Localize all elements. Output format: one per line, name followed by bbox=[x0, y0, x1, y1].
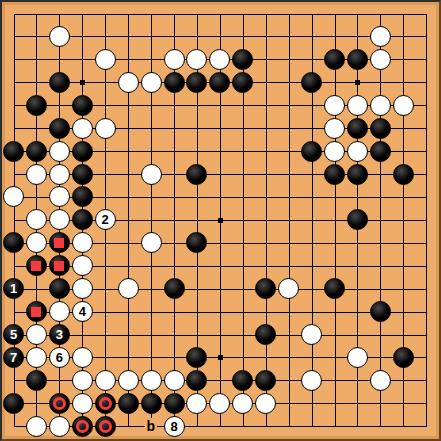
star-point bbox=[80, 80, 85, 85]
black-stone bbox=[232, 370, 253, 391]
white-stone bbox=[72, 393, 93, 414]
star-point bbox=[355, 80, 360, 85]
black-stone bbox=[164, 278, 185, 299]
black-stone bbox=[26, 370, 47, 391]
black-stone bbox=[186, 232, 207, 253]
white-stone bbox=[26, 324, 47, 345]
circle-mark bbox=[76, 420, 89, 433]
white-stone bbox=[141, 164, 162, 185]
move-number: 7 bbox=[10, 351, 17, 364]
black-stone bbox=[370, 141, 391, 162]
black-stone bbox=[3, 393, 24, 414]
black-stone bbox=[186, 370, 207, 391]
black-stone bbox=[164, 72, 185, 93]
white-stone bbox=[370, 95, 391, 116]
black-stone bbox=[301, 72, 322, 93]
move-number: 5 bbox=[10, 328, 17, 341]
white-stone bbox=[26, 416, 47, 437]
black-stone bbox=[72, 186, 93, 207]
black-stone bbox=[164, 393, 185, 414]
circle-mark bbox=[53, 397, 66, 410]
white-stone bbox=[72, 232, 93, 253]
black-stone: 1 bbox=[3, 278, 24, 299]
black-stone bbox=[118, 393, 139, 414]
white-stone bbox=[26, 347, 47, 368]
black-stone bbox=[186, 347, 207, 368]
white-stone bbox=[209, 49, 230, 70]
white-stone bbox=[347, 95, 368, 116]
white-stone bbox=[49, 26, 70, 47]
black-stone bbox=[49, 278, 70, 299]
square-mark bbox=[54, 238, 64, 248]
white-stone: 8 bbox=[164, 416, 185, 437]
black-stone bbox=[186, 72, 207, 93]
move-number: 6 bbox=[56, 351, 63, 364]
black-stone bbox=[347, 209, 368, 230]
black-stone bbox=[255, 278, 276, 299]
white-stone bbox=[232, 393, 253, 414]
white-stone bbox=[324, 141, 345, 162]
white-stone bbox=[72, 255, 93, 276]
move-number: 8 bbox=[170, 420, 177, 433]
white-stone bbox=[118, 370, 139, 391]
circle-mark bbox=[99, 397, 112, 410]
white-stone bbox=[72, 118, 93, 139]
white-stone bbox=[301, 370, 322, 391]
white-stone bbox=[118, 278, 139, 299]
white-stone bbox=[26, 209, 47, 230]
white-stone bbox=[49, 141, 70, 162]
white-stone bbox=[324, 95, 345, 116]
black-stone bbox=[3, 232, 24, 253]
white-stone bbox=[95, 49, 116, 70]
black-stone bbox=[72, 164, 93, 185]
black-stone bbox=[232, 72, 253, 93]
black-stone: 7 bbox=[3, 347, 24, 368]
black-stone bbox=[347, 164, 368, 185]
grid-line-horizontal bbox=[14, 335, 428, 336]
white-stone bbox=[164, 49, 185, 70]
white-stone bbox=[393, 95, 414, 116]
black-stone: 5 bbox=[3, 324, 24, 345]
black-stone bbox=[324, 278, 345, 299]
white-stone bbox=[370, 26, 391, 47]
black-stone bbox=[26, 141, 47, 162]
grid-line-vertical bbox=[426, 14, 427, 428]
star-point bbox=[218, 355, 223, 360]
square-mark bbox=[54, 261, 64, 271]
black-stone bbox=[347, 118, 368, 139]
white-stone bbox=[186, 393, 207, 414]
white-stone bbox=[209, 393, 230, 414]
black-stone bbox=[324, 49, 345, 70]
square-mark bbox=[31, 261, 41, 271]
white-stone bbox=[95, 118, 116, 139]
white-stone bbox=[255, 393, 276, 414]
white-stone bbox=[95, 370, 116, 391]
black-stone bbox=[370, 118, 391, 139]
star-point bbox=[218, 218, 223, 223]
grid-line-vertical bbox=[335, 14, 336, 428]
black-stone bbox=[72, 95, 93, 116]
white-stone bbox=[370, 370, 391, 391]
white-stone bbox=[72, 370, 93, 391]
white-stone bbox=[141, 370, 162, 391]
white-stone bbox=[324, 118, 345, 139]
white-stone: 4 bbox=[72, 301, 93, 322]
white-stone bbox=[118, 72, 139, 93]
white-stone bbox=[49, 301, 70, 322]
white-stone: 2 bbox=[95, 209, 116, 230]
move-number: 2 bbox=[102, 213, 109, 226]
grid-line-vertical bbox=[380, 14, 381, 428]
point-label: b bbox=[145, 418, 158, 434]
black-stone bbox=[393, 164, 414, 185]
white-stone bbox=[49, 209, 70, 230]
white-stone bbox=[3, 186, 24, 207]
white-stone bbox=[347, 141, 368, 162]
black-stone bbox=[370, 301, 391, 322]
white-stone bbox=[49, 164, 70, 185]
black-stone bbox=[232, 49, 253, 70]
grid-line-vertical bbox=[266, 14, 267, 428]
white-stone bbox=[72, 278, 93, 299]
move-number: 1 bbox=[10, 282, 17, 295]
white-stone bbox=[141, 72, 162, 93]
black-stone bbox=[255, 324, 276, 345]
white-stone bbox=[72, 347, 93, 368]
black-stone bbox=[186, 164, 207, 185]
white-stone bbox=[164, 370, 185, 391]
white-stone bbox=[26, 164, 47, 185]
move-number: 3 bbox=[56, 328, 63, 341]
black-stone bbox=[3, 141, 24, 162]
white-stone bbox=[49, 186, 70, 207]
black-stone bbox=[72, 209, 93, 230]
black-stone bbox=[324, 164, 345, 185]
black-stone bbox=[49, 118, 70, 139]
grid-line-vertical bbox=[289, 14, 290, 428]
black-stone: 3 bbox=[49, 324, 70, 345]
white-stone bbox=[301, 324, 322, 345]
move-number: 4 bbox=[79, 305, 86, 318]
black-stone bbox=[209, 72, 230, 93]
white-stone bbox=[186, 49, 207, 70]
black-stone bbox=[301, 141, 322, 162]
black-stone bbox=[141, 393, 162, 414]
white-stone bbox=[26, 232, 47, 253]
square-mark bbox=[31, 307, 41, 317]
black-stone bbox=[49, 72, 70, 93]
black-stone bbox=[72, 141, 93, 162]
black-stone bbox=[393, 347, 414, 368]
go-board: 21453768b bbox=[0, 0, 441, 441]
black-stone bbox=[255, 370, 276, 391]
circle-mark bbox=[99, 420, 112, 433]
white-stone bbox=[370, 49, 391, 70]
white-stone bbox=[141, 232, 162, 253]
black-stone bbox=[26, 95, 47, 116]
white-stone bbox=[49, 416, 70, 437]
white-stone bbox=[278, 278, 299, 299]
white-stone bbox=[347, 347, 368, 368]
black-stone bbox=[347, 49, 368, 70]
white-stone: 6 bbox=[49, 347, 70, 368]
